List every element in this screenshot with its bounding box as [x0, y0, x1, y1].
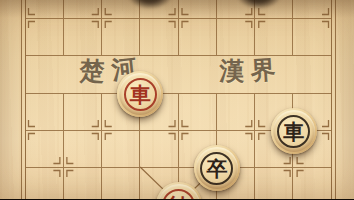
xiangqi-board[interactable]: 楚 河 漢 界 車車卒帥: [0, 0, 354, 199]
board-cell: [64, 168, 102, 199]
board-cell: [255, 19, 293, 56]
piece-black-soldier[interactable]: 卒: [194, 145, 240, 191]
board-cell: [179, 0, 217, 19]
board-cell: [102, 168, 140, 199]
board-cell: [217, 19, 255, 56]
board-cell: [26, 19, 64, 56]
board-cell: [140, 19, 178, 56]
piece-black-chariot[interactable]: 車: [271, 108, 317, 154]
board-cell: [140, 131, 178, 168]
board-cell: [293, 168, 331, 199]
piece-red-chariot[interactable]: 車: [117, 71, 163, 117]
board-cell: [64, 131, 102, 168]
river-label-han: 漢: [219, 54, 245, 87]
board-cell: [255, 168, 293, 199]
board-cell: [64, 0, 102, 19]
river-label-chu: 楚: [79, 54, 105, 88]
board-grid[interactable]: [25, 0, 332, 199]
board-cell: [179, 94, 217, 131]
board-cell: [102, 131, 140, 168]
board-cell: [102, 0, 140, 19]
piece-glyph: 卒: [206, 158, 227, 179]
board-cell: [64, 94, 102, 131]
board-cell: [26, 94, 64, 131]
board-cell: [293, 0, 331, 19]
board-cell: [217, 0, 255, 19]
river-label-jie: 界: [250, 53, 277, 87]
outer-border-line-left: [21, 0, 22, 199]
board-cell: [26, 168, 64, 199]
river-band: [26, 56, 331, 94]
board-cell: [140, 0, 178, 19]
board-cell: [26, 0, 64, 19]
board-cell: [26, 131, 64, 168]
board-cell: [255, 0, 293, 19]
piece-glyph: 車: [130, 84, 151, 105]
piece-glyph: 車: [283, 121, 304, 142]
piece-glyph: 帥: [168, 195, 189, 200]
board-cell: [217, 94, 255, 131]
board-cell: [293, 19, 331, 56]
board-cell: [179, 19, 217, 56]
board-cell: [64, 19, 102, 56]
outer-border-line-right: [335, 0, 336, 199]
